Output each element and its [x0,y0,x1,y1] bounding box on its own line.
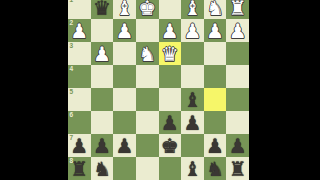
black-pawn[interactable]: ♟ [70,136,88,156]
square-a2[interactable]: ♟ [226,19,249,42]
square-h2[interactable]: 2♟ [68,19,91,42]
black-rook[interactable]: ♜ [229,159,247,179]
white-pawn[interactable]: ♟ [70,21,88,41]
square-h6[interactable]: 6 [68,111,91,134]
square-c6[interactable]: ♟ [181,111,204,134]
black-king[interactable]: ♚ [161,136,179,156]
square-c3[interactable] [181,42,204,65]
square-f3[interactable] [113,42,136,65]
white-pawn[interactable]: ♟ [206,21,224,41]
rank-label-4: 4 [70,66,74,73]
white-rook[interactable]: ♜ [229,0,247,18]
square-d3[interactable]: ♛ [159,42,182,65]
square-d5[interactable] [159,88,182,111]
white-pawn[interactable]: ♟ [93,44,111,64]
square-b4[interactable] [204,65,227,88]
square-a5[interactable] [226,88,249,111]
square-h8[interactable]: 8♜ [68,157,91,180]
square-e1[interactable]: ♚ [136,0,159,19]
rank-label-6: 6 [70,112,74,119]
square-g1[interactable]: ♛ [91,0,114,19]
black-pawn[interactable]: ♟ [229,136,247,156]
white-pawn[interactable]: ♟ [116,21,134,41]
black-bishop[interactable]: ♝ [183,90,201,110]
white-bishop[interactable]: ♝ [116,0,134,18]
black-knight[interactable]: ♞ [206,159,224,179]
square-e6[interactable] [136,111,159,134]
square-f5[interactable] [113,88,136,111]
square-h7[interactable]: 7♟ [68,134,91,157]
square-a7[interactable]: ♟ [226,134,249,157]
square-b3[interactable] [204,42,227,65]
white-knight[interactable]: ♞ [138,44,156,64]
square-e8[interactable] [136,157,159,180]
square-c7[interactable] [181,134,204,157]
black-rook[interactable]: ♜ [70,159,88,179]
black-pawn[interactable]: ♟ [161,113,179,133]
black-bishop[interactable]: ♝ [183,159,201,179]
square-f6[interactable] [113,111,136,134]
square-d6[interactable]: ♟ [159,111,182,134]
square-c2[interactable]: ♟ [181,19,204,42]
black-pawn[interactable]: ♟ [116,136,134,156]
square-b2[interactable]: ♟ [204,19,227,42]
square-b6[interactable] [204,111,227,134]
white-pawn[interactable]: ♟ [229,21,247,41]
black-pawn[interactable]: ♟ [93,136,111,156]
square-a4[interactable] [226,65,249,88]
square-a6[interactable] [226,111,249,134]
square-f8[interactable] [113,157,136,180]
square-e2[interactable] [136,19,159,42]
square-g4[interactable] [91,65,114,88]
square-h4[interactable]: 4 [68,65,91,88]
square-d4[interactable] [159,65,182,88]
white-pawn[interactable]: ♟ [161,21,179,41]
square-e3[interactable]: ♞ [136,42,159,65]
white-bishop[interactable]: ♝ [183,0,201,18]
square-f7[interactable]: ♟ [113,134,136,157]
letterbox-right [249,0,320,180]
chess-board: 1♛♝♚♝♞♜2♟♟♟♟♟♟3♟♞♛45♝6♟♟7♟♟♟♚♟♟8♜♞♝♞♜ [68,0,249,180]
letterbox-left [0,0,68,180]
rank-label-5: 5 [70,89,74,96]
black-queen[interactable]: ♛ [93,0,111,18]
square-g3[interactable]: ♟ [91,42,114,65]
square-h5[interactable]: 5 [68,88,91,111]
square-e7[interactable] [136,134,159,157]
square-g7[interactable]: ♟ [91,134,114,157]
rank-label-1: 1 [70,0,74,3]
square-g5[interactable] [91,88,114,111]
square-d2[interactable]: ♟ [159,19,182,42]
square-c4[interactable] [181,65,204,88]
black-pawn[interactable]: ♟ [206,136,224,156]
square-b7[interactable]: ♟ [204,134,227,157]
square-h1[interactable]: 1 [68,0,91,19]
white-knight[interactable]: ♞ [206,0,224,18]
square-g2[interactable] [91,19,114,42]
square-g8[interactable]: ♞ [91,157,114,180]
square-a3[interactable] [226,42,249,65]
square-f1[interactable]: ♝ [113,0,136,19]
square-d1[interactable] [159,0,182,19]
square-b1[interactable]: ♞ [204,0,227,19]
square-d7[interactable]: ♚ [159,134,182,157]
square-g6[interactable] [91,111,114,134]
black-knight[interactable]: ♞ [93,159,111,179]
square-h3[interactable]: 3 [68,42,91,65]
square-d8[interactable] [159,157,182,180]
square-a8[interactable]: ♜ [226,157,249,180]
screenshot-stage: 1♛♝♚♝♞♜2♟♟♟♟♟♟3♟♞♛45♝6♟♟7♟♟♟♚♟♟8♜♞♝♞♜ [0,0,320,180]
square-c5[interactable]: ♝ [181,88,204,111]
square-b5[interactable] [204,88,227,111]
black-pawn[interactable]: ♟ [183,113,201,133]
white-king[interactable]: ♚ [138,0,156,18]
square-e5[interactable] [136,88,159,111]
square-b8[interactable]: ♞ [204,157,227,180]
rank-label-3: 3 [70,43,74,50]
square-c8[interactable]: ♝ [181,157,204,180]
square-e4[interactable] [136,65,159,88]
square-f2[interactable]: ♟ [113,19,136,42]
white-pawn[interactable]: ♟ [183,21,201,41]
white-queen[interactable]: ♛ [161,44,179,64]
square-f4[interactable] [113,65,136,88]
square-c1[interactable]: ♝ [181,0,204,19]
square-a1[interactable]: ♜ [226,0,249,19]
